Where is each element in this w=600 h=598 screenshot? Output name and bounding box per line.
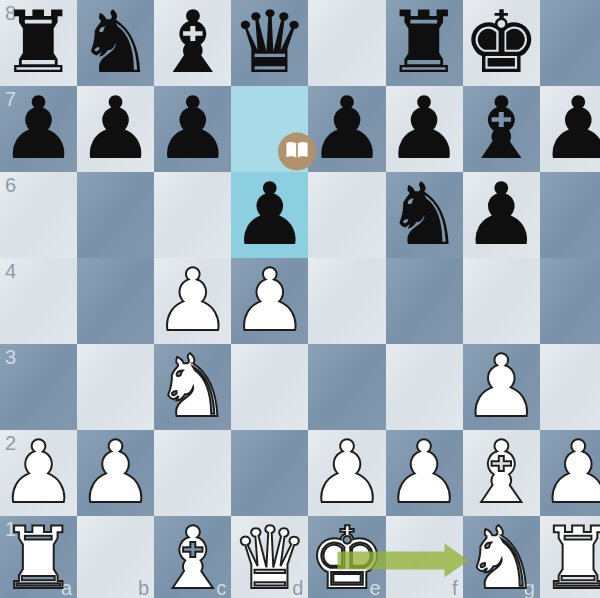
piece-black-bishop[interactable]: ♝ xyxy=(463,85,540,171)
square-d7[interactable] xyxy=(231,86,308,172)
square-g6[interactable]: ♟ xyxy=(463,172,540,258)
piece-white-king[interactable]: ♚ xyxy=(308,515,385,598)
square-a4[interactable]: 4 xyxy=(0,258,77,344)
chess-app-screen: 8♜♞♝♛♜♚7♟♟♟♟♟♝♟6♟♞♟54♟♟3♞♟2♟♟♟♟♝♟1a♜bc♝d… xyxy=(0,0,600,598)
square-g8[interactable]: ♚ xyxy=(463,0,540,86)
square-c4[interactable]: ♟ xyxy=(154,258,231,344)
file-label-b: b xyxy=(138,578,149,598)
piece-white-bishop[interactable]: ♝ xyxy=(463,429,540,515)
square-h1[interactable]: h♜ xyxy=(540,516,600,598)
square-f7[interactable]: ♟ xyxy=(386,86,463,172)
square-e6[interactable] xyxy=(308,172,385,258)
square-a6[interactable]: 6 xyxy=(0,172,77,258)
piece-black-pawn[interactable]: ♟ xyxy=(77,85,154,171)
square-c2[interactable] xyxy=(154,430,231,516)
piece-white-rook[interactable]: ♜ xyxy=(0,515,77,598)
rank-label-4: 4 xyxy=(5,261,16,281)
piece-white-pawn[interactable]: ♟ xyxy=(463,343,540,429)
square-h4[interactable] xyxy=(540,258,600,344)
piece-black-knight[interactable]: ♞ xyxy=(77,0,154,85)
square-a8[interactable]: 8♜ xyxy=(0,0,77,86)
square-b6[interactable] xyxy=(77,172,154,258)
piece-white-pawn[interactable]: ♟ xyxy=(540,429,600,515)
square-d6[interactable]: ♟ xyxy=(231,172,308,258)
square-e8[interactable] xyxy=(308,0,385,86)
square-h6[interactable] xyxy=(540,172,600,258)
square-d3[interactable] xyxy=(231,344,308,430)
file-label-f: f xyxy=(452,578,458,598)
piece-black-pawn[interactable]: ♟ xyxy=(231,171,308,257)
piece-white-bishop[interactable]: ♝ xyxy=(154,515,231,598)
square-e3[interactable] xyxy=(308,344,385,430)
square-g2[interactable]: ♝ xyxy=(463,430,540,516)
square-g1[interactable]: g♞ xyxy=(463,516,540,598)
piece-black-queen[interactable]: ♛ xyxy=(231,0,308,85)
piece-white-pawn[interactable]: ♟ xyxy=(154,257,231,343)
piece-white-rook[interactable]: ♜ xyxy=(540,515,600,598)
square-c6[interactable] xyxy=(154,172,231,258)
square-e4[interactable] xyxy=(308,258,385,344)
piece-white-knight[interactable]: ♞ xyxy=(154,343,231,429)
square-d8[interactable]: ♛ xyxy=(231,0,308,86)
square-h7[interactable]: ♟ xyxy=(540,86,600,172)
square-g7[interactable]: ♝ xyxy=(463,86,540,172)
rank-label-6: 6 xyxy=(5,175,16,195)
square-e2[interactable]: ♟ xyxy=(308,430,385,516)
square-f2[interactable]: ♟ xyxy=(386,430,463,516)
square-f3[interactable] xyxy=(386,344,463,430)
square-a2[interactable]: 2♟ xyxy=(0,430,77,516)
square-f6[interactable]: ♞ xyxy=(386,172,463,258)
square-b8[interactable]: ♞ xyxy=(77,0,154,86)
piece-black-rook[interactable]: ♜ xyxy=(386,0,463,85)
square-f1[interactable]: f xyxy=(386,516,463,598)
square-b1[interactable]: b xyxy=(77,516,154,598)
piece-white-pawn[interactable]: ♟ xyxy=(77,429,154,515)
rank-label-3: 3 xyxy=(5,347,16,367)
piece-black-pawn[interactable]: ♟ xyxy=(308,85,385,171)
square-b3[interactable] xyxy=(77,344,154,430)
piece-white-queen[interactable]: ♛ xyxy=(231,515,308,598)
piece-black-bishop[interactable]: ♝ xyxy=(154,0,231,85)
square-c7[interactable]: ♟ xyxy=(154,86,231,172)
square-a7[interactable]: 7♟ xyxy=(0,86,77,172)
square-h8[interactable] xyxy=(540,0,600,86)
square-d2[interactable] xyxy=(231,430,308,516)
square-f8[interactable]: ♜ xyxy=(386,0,463,86)
square-a3[interactable]: 3 xyxy=(0,344,77,430)
square-c8[interactable]: ♝ xyxy=(154,0,231,86)
piece-white-pawn[interactable]: ♟ xyxy=(0,429,77,515)
piece-white-pawn[interactable]: ♟ xyxy=(308,429,385,515)
piece-black-king[interactable]: ♚ xyxy=(463,0,540,85)
square-h3[interactable] xyxy=(540,344,600,430)
chess-board[interactable]: 8♜♞♝♛♜♚7♟♟♟♟♟♝♟6♟♞♟54♟♟3♞♟2♟♟♟♟♝♟1a♜bc♝d… xyxy=(0,0,600,598)
piece-black-pawn[interactable]: ♟ xyxy=(463,171,540,257)
square-a1[interactable]: 1a♜ xyxy=(0,516,77,598)
square-f4[interactable] xyxy=(386,258,463,344)
square-g4[interactable] xyxy=(463,258,540,344)
piece-black-pawn[interactable]: ♟ xyxy=(540,85,600,171)
square-g3[interactable]: ♟ xyxy=(463,344,540,430)
piece-black-pawn[interactable]: ♟ xyxy=(0,85,77,171)
square-b4[interactable] xyxy=(77,258,154,344)
square-h2[interactable]: ♟ xyxy=(540,430,600,516)
square-b7[interactable]: ♟ xyxy=(77,86,154,172)
piece-black-pawn[interactable]: ♟ xyxy=(386,85,463,171)
piece-black-pawn[interactable]: ♟ xyxy=(154,85,231,171)
piece-white-pawn[interactable]: ♟ xyxy=(231,257,308,343)
square-d1[interactable]: d♛ xyxy=(231,516,308,598)
square-c3[interactable]: ♞ xyxy=(154,344,231,430)
piece-white-pawn[interactable]: ♟ xyxy=(386,429,463,515)
piece-white-knight[interactable]: ♞ xyxy=(463,515,540,598)
piece-black-rook[interactable]: ♜ xyxy=(0,0,77,85)
square-d4[interactable]: ♟ xyxy=(231,258,308,344)
square-e1[interactable]: e♚ xyxy=(308,516,385,598)
piece-black-knight[interactable]: ♞ xyxy=(386,171,463,257)
square-c1[interactable]: c♝ xyxy=(154,516,231,598)
square-b2[interactable]: ♟ xyxy=(77,430,154,516)
square-e7[interactable]: ♟ xyxy=(308,86,385,172)
